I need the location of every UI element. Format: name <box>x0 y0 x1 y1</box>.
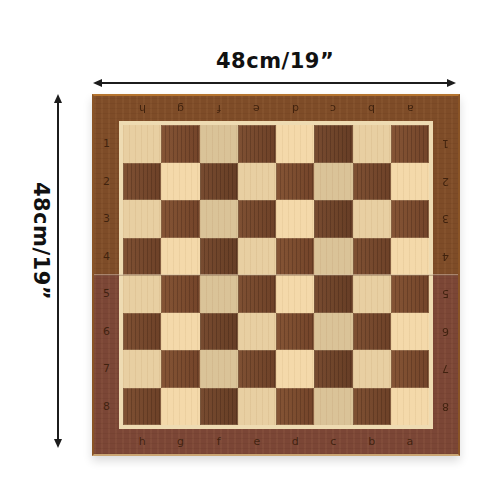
top-dimension-label: 48cm/19” <box>216 49 334 73</box>
square-g5 <box>161 275 199 313</box>
playing-area <box>119 121 433 429</box>
square-g2 <box>161 163 199 201</box>
rank-label: 1 <box>442 137 449 150</box>
rank-label: 3 <box>442 212 449 225</box>
square-f1 <box>200 125 238 163</box>
square-e2 <box>238 163 276 201</box>
square-c1 <box>314 125 352 163</box>
file-label: a <box>407 102 414 115</box>
square-a8 <box>391 388 429 426</box>
square-d2 <box>276 163 314 201</box>
square-f8 <box>200 388 238 426</box>
top-dimension-arrow <box>93 78 456 87</box>
square-h7 <box>123 350 161 388</box>
rank-label: 6 <box>442 325 449 338</box>
square-d3 <box>276 200 314 238</box>
rank-labels-right: 12345678 <box>433 125 458 425</box>
rank-label: 7 <box>442 362 449 375</box>
square-h5 <box>123 275 161 313</box>
arrow-shaft <box>97 82 452 84</box>
board-grid <box>123 125 429 425</box>
side-dimension-arrow <box>53 94 62 448</box>
file-label: b <box>368 102 375 115</box>
square-a3 <box>391 200 429 238</box>
square-f6 <box>200 313 238 351</box>
square-f7 <box>200 350 238 388</box>
square-e7 <box>238 350 276 388</box>
square-b5 <box>353 275 391 313</box>
file-labels-bottom: hgfedcba <box>123 429 429 454</box>
square-h4 <box>123 238 161 276</box>
square-d6 <box>276 313 314 351</box>
rank-label: 8 <box>103 400 110 413</box>
square-c4 <box>314 238 352 276</box>
square-e3 <box>238 200 276 238</box>
square-b8 <box>353 388 391 426</box>
square-b6 <box>353 313 391 351</box>
square-d5 <box>276 275 314 313</box>
file-label: h <box>139 435 146 448</box>
square-c6 <box>314 313 352 351</box>
rank-label: 5 <box>103 287 110 300</box>
side-dimension-label: 48cm/19” <box>29 182 53 300</box>
square-d8 <box>276 388 314 426</box>
square-g3 <box>161 200 199 238</box>
file-labels-top: hgfedcba <box>123 96 429 121</box>
square-e8 <box>238 388 276 426</box>
square-f5 <box>200 275 238 313</box>
file-label: a <box>407 435 414 448</box>
arrow-shaft <box>57 98 59 444</box>
rank-label: 4 <box>103 250 110 263</box>
file-label: c <box>330 435 336 448</box>
square-h2 <box>123 163 161 201</box>
square-c2 <box>314 163 352 201</box>
square-a5 <box>391 275 429 313</box>
square-b7 <box>353 350 391 388</box>
square-e6 <box>238 313 276 351</box>
square-e5 <box>238 275 276 313</box>
rank-label: 6 <box>103 325 110 338</box>
rank-label: 1 <box>103 137 110 150</box>
rank-label: 8 <box>442 400 449 413</box>
square-b4 <box>353 238 391 276</box>
file-label: e <box>253 435 260 448</box>
file-label: e <box>253 102 260 115</box>
square-e4 <box>238 238 276 276</box>
file-label: g <box>177 102 184 115</box>
file-label: c <box>330 102 336 115</box>
rank-label: 2 <box>103 175 110 188</box>
square-g8 <box>161 388 199 426</box>
square-g6 <box>161 313 199 351</box>
square-c3 <box>314 200 352 238</box>
file-label: d <box>292 102 299 115</box>
square-a1 <box>391 125 429 163</box>
square-d1 <box>276 125 314 163</box>
rank-label: 5 <box>442 287 449 300</box>
arrowhead-right-icon <box>447 79 456 87</box>
square-b3 <box>353 200 391 238</box>
file-label: d <box>292 435 299 448</box>
file-label: f <box>217 435 221 448</box>
square-d7 <box>276 350 314 388</box>
rank-label: 3 <box>103 212 110 225</box>
square-b1 <box>353 125 391 163</box>
square-f4 <box>200 238 238 276</box>
square-f3 <box>200 200 238 238</box>
square-c8 <box>314 388 352 426</box>
square-c7 <box>314 350 352 388</box>
square-h8 <box>123 388 161 426</box>
rank-labels-left: 12345678 <box>94 125 119 425</box>
square-h3 <box>123 200 161 238</box>
file-label: b <box>368 435 375 448</box>
square-g1 <box>161 125 199 163</box>
square-g4 <box>161 238 199 276</box>
square-a6 <box>391 313 429 351</box>
square-h1 <box>123 125 161 163</box>
square-h6 <box>123 313 161 351</box>
square-f2 <box>200 163 238 201</box>
square-c5 <box>314 275 352 313</box>
rank-label: 2 <box>442 175 449 188</box>
square-b2 <box>353 163 391 201</box>
square-a2 <box>391 163 429 201</box>
rank-label: 7 <box>103 362 110 375</box>
square-a4 <box>391 238 429 276</box>
arrowhead-down-icon <box>54 439 62 448</box>
square-e1 <box>238 125 276 163</box>
chess-board: hgfedcba hgfedcba 12345678 12345678 <box>92 94 460 456</box>
square-d4 <box>276 238 314 276</box>
square-a7 <box>391 350 429 388</box>
rank-label: 4 <box>442 250 449 263</box>
file-label: f <box>217 102 221 115</box>
file-label: h <box>139 102 146 115</box>
square-g7 <box>161 350 199 388</box>
file-label: g <box>177 435 184 448</box>
